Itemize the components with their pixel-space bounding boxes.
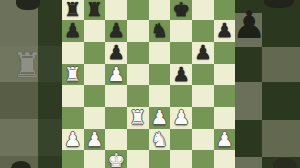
piece-black-king-f8: ♚ — [170, 0, 192, 20]
square-a3 — [62, 107, 84, 129]
piece-white-pawn-a2: ♟ — [62, 129, 84, 151]
square-g1 — [192, 150, 214, 168]
square-f7 — [170, 20, 192, 42]
piece-white-pawn-b2: ♟ — [84, 129, 106, 151]
square-a1 — [62, 150, 84, 168]
square-d7 — [127, 20, 149, 42]
bg-square — [262, 47, 300, 82]
square-h1 — [214, 150, 236, 168]
bg-piece-top-silhouette — [273, 158, 297, 168]
square-c1: ♚ — [105, 150, 127, 168]
bg-black-pawn-silhouette: ♟ — [235, 6, 266, 44]
square-a4 — [62, 85, 84, 107]
square-h3 — [214, 107, 236, 129]
square-a2: ♟ — [62, 129, 84, 151]
square-e2: ♞ — [149, 129, 171, 151]
square-e8 — [149, 0, 171, 20]
square-a8: ♜ — [62, 0, 84, 20]
piece-white-pawn-e3: ♟ — [149, 107, 171, 129]
square-d6 — [127, 42, 149, 64]
square-f8: ♚ — [170, 0, 192, 20]
bg-square — [38, 119, 62, 156]
square-g4 — [192, 85, 214, 107]
square-f4 — [170, 85, 192, 107]
square-d2 — [127, 129, 149, 151]
square-d5 — [127, 64, 149, 86]
square-e1 — [149, 150, 171, 168]
piece-white-rook-a5: ♜ — [62, 64, 84, 86]
square-c7: ♟ — [105, 20, 127, 42]
bg-pawn-bottom-silhouette — [16, 0, 40, 10]
bg-pawn-bottom-silhouette — [264, 0, 294, 8]
piece-black-pawn-c6: ♟ — [105, 42, 127, 64]
square-f5: ♟ — [170, 64, 192, 86]
square-d1 — [127, 150, 149, 168]
square-c6: ♟ — [105, 42, 127, 64]
square-b6 — [84, 42, 106, 64]
square-b4 — [84, 85, 106, 107]
piece-black-rook-a8: ♜ — [62, 0, 84, 20]
square-g6: ♟ — [192, 42, 214, 64]
square-d4 — [127, 85, 149, 107]
chess-board: ♜♜♚♟♟♞♟♟♟♜♟♟♜♟♟♟♟♞♟♚ — [62, 0, 235, 168]
piece-white-rook-d3: ♜ — [127, 107, 149, 129]
bg-square — [235, 82, 262, 120]
square-h5 — [214, 64, 236, 86]
square-e3: ♟ — [149, 107, 171, 129]
square-d8 — [127, 0, 149, 20]
piece-white-pawn-f3: ♟ — [170, 107, 192, 129]
piece-white-king-c1: ♚ — [105, 150, 127, 168]
background-right-panel: ♟ — [235, 0, 300, 168]
square-b2: ♟ — [84, 129, 106, 151]
square-b3 — [84, 107, 106, 129]
video-frame: ♜ ♟ ♜♜♚♟♟♞♟♟♟♜♟♟♜♟♟♟♟♞♟♚ — [0, 0, 300, 168]
bg-square — [235, 157, 262, 168]
square-d3: ♜ — [127, 107, 149, 129]
square-g5 — [192, 64, 214, 86]
piece-black-rook-b8: ♜ — [84, 0, 106, 20]
square-c5: ♟ — [105, 64, 127, 86]
piece-white-pawn-c5: ♟ — [105, 64, 127, 86]
square-e4 — [149, 85, 171, 107]
square-g8 — [192, 0, 214, 20]
piece-white-pawn-h2: ♟ — [214, 129, 236, 151]
square-h8 — [214, 0, 236, 20]
square-g3 — [192, 107, 214, 129]
piece-black-pawn-f5: ♟ — [170, 64, 192, 86]
square-g7 — [192, 20, 214, 42]
square-g2 — [192, 129, 214, 151]
square-b5 — [84, 64, 106, 86]
piece-black-pawn-a7: ♟ — [62, 20, 84, 42]
square-h7: ♟ — [214, 20, 236, 42]
square-a5: ♜ — [62, 64, 84, 86]
square-f3: ♟ — [170, 107, 192, 129]
square-f1 — [170, 150, 192, 168]
bg-square — [0, 82, 38, 119]
background-left-panel: ♜ — [0, 0, 62, 168]
square-b7 — [84, 20, 106, 42]
square-e6 — [149, 42, 171, 64]
bg-square — [0, 119, 38, 156]
square-e7: ♞ — [149, 20, 171, 42]
square-c8 — [105, 0, 127, 20]
piece-black-pawn-h7: ♟ — [214, 20, 236, 42]
square-h6 — [214, 42, 236, 64]
square-c2 — [105, 129, 127, 151]
square-c4 — [105, 85, 127, 107]
square-a7: ♟ — [62, 20, 84, 42]
square-f6 — [170, 42, 192, 64]
square-h2: ♟ — [214, 129, 236, 151]
square-h4 — [214, 85, 236, 107]
piece-black-pawn-c7: ♟ — [105, 20, 127, 42]
square-a6 — [62, 42, 84, 64]
piece-black-pawn-g6: ♟ — [192, 42, 214, 64]
bg-white-rook-silhouette: ♜ — [12, 48, 42, 82]
piece-black-knight-e7: ♞ — [149, 20, 171, 42]
square-b1 — [84, 150, 106, 168]
bg-square — [262, 120, 300, 157]
piece-white-knight-e2: ♞ — [149, 129, 171, 151]
bg-piece-top-silhouette — [11, 161, 31, 168]
square-c3 — [105, 107, 127, 129]
square-e5 — [149, 64, 171, 86]
square-f2 — [170, 129, 192, 151]
square-b8: ♜ — [84, 0, 106, 20]
